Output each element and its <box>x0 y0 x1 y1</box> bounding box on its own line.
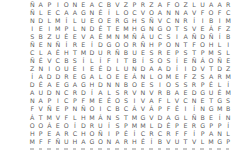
grid-cell-r18c7[interactable]: A <box>79 138 88 146</box>
grid-cell-r14c5[interactable]: P <box>62 106 71 114</box>
grid-cell-r5c18[interactable]: I <box>173 33 182 41</box>
grid-cell-r2c11[interactable]: L <box>113 9 122 17</box>
grid-cell-r11c15[interactable]: S <box>147 81 156 89</box>
grid-cell-r4c21[interactable]: E <box>198 25 207 33</box>
grid-cell-r13c16[interactable]: F <box>156 98 165 106</box>
grid-cell-r2c19[interactable]: A <box>181 9 190 17</box>
grid-cell-r15c23[interactable]: Í <box>215 114 224 122</box>
grid-cell-r16c1[interactable]: O <box>28 122 37 130</box>
grid-cell-r2c16[interactable]: A <box>156 9 165 17</box>
grid-cell-r3c5[interactable]: Í <box>62 17 71 25</box>
grid-cell-r7c9[interactable]: U <box>96 49 105 57</box>
grid-cell-r7c6[interactable]: T <box>71 49 80 57</box>
grid-cell-r13c17[interactable]: L <box>164 98 173 106</box>
grid-cell-r8c5[interactable]: B <box>62 57 71 65</box>
grid-cell-r3c1[interactable]: N <box>28 17 37 25</box>
grid-cell-r17c15[interactable]: R <box>147 130 156 138</box>
grid-cell-r11c11[interactable]: N <box>113 81 122 89</box>
grid-cell-r18c4[interactable]: Ñ <box>54 138 63 146</box>
grid-cell-r11c4[interactable]: E <box>54 81 63 89</box>
grid-cell-r11c1[interactable]: D <box>28 81 37 89</box>
grid-cell-r5c7[interactable]: V <box>79 33 88 41</box>
grid-cell-r14c22[interactable]: G <box>207 106 216 114</box>
grid-cell-r11c24[interactable]: Í <box>224 81 233 89</box>
grid-cell-r15c2[interactable]: T <box>37 114 46 122</box>
grid-cell-r13c23[interactable]: G <box>215 98 224 106</box>
grid-cell-r4c18[interactable]: T <box>173 25 182 33</box>
grid-cell-r9c9[interactable]: É <box>96 65 105 73</box>
grid-cell-r7c2[interactable]: L <box>37 49 46 57</box>
grid-cell-r10c5[interactable]: R <box>62 73 71 81</box>
grid-cell-r15c9[interactable]: Á <box>96 114 105 122</box>
grid-cell-r7c15[interactable]: S <box>147 49 156 57</box>
grid-cell-r11c5[interactable]: G <box>62 81 71 89</box>
grid-cell-r2c4[interactable]: C <box>54 9 63 17</box>
grid-cell-r8c7[interactable]: Í <box>79 57 88 65</box>
grid-cell-r1c9[interactable]: C <box>96 1 105 9</box>
grid-cell-r3c20[interactable]: Í <box>190 17 199 25</box>
grid-cell-r9c11[interactable]: L <box>113 65 122 73</box>
grid-cell-r2c22[interactable]: O <box>207 9 216 17</box>
grid-cell-r11c12[interactable]: B <box>122 81 131 89</box>
grid-cell-r17c10[interactable]: I <box>105 130 114 138</box>
grid-cell-r10c15[interactable]: L <box>147 73 156 81</box>
grid-cell-r14c8[interactable]: O <box>88 106 97 114</box>
grid-cell-r18c22[interactable]: M <box>207 138 216 146</box>
grid-cell-r4c17[interactable]: O <box>164 25 173 33</box>
grid-cell-r11c6[interactable]: A <box>71 81 80 89</box>
grid-cell-r13c2[interactable]: A <box>37 98 46 106</box>
grid-cell-r3c16[interactable]: V <box>156 17 165 25</box>
grid-cell-r15c21[interactable]: B <box>198 114 207 122</box>
grid-cell-r9c1[interactable]: Z <box>28 65 37 73</box>
grid-cell-r13c18[interactable]: V <box>173 98 182 106</box>
grid-cell-r11c3[interactable]: A <box>45 81 54 89</box>
grid-cell-r11c9[interactable]: D <box>96 81 105 89</box>
grid-cell-r14c18[interactable]: É <box>173 106 182 114</box>
grid-cell-r7c19[interactable]: S <box>181 49 190 57</box>
grid-cell-r7c18[interactable]: P <box>173 49 182 57</box>
grid-cell-r16c19[interactable]: E <box>181 122 190 130</box>
grid-cell-r8c21[interactable]: Á <box>198 57 207 65</box>
grid-cell-r10c17[interactable]: M <box>164 73 173 81</box>
grid-cell-r11c18[interactable]: S <box>173 81 182 89</box>
grid-cell-r16c23[interactable]: P <box>215 122 224 130</box>
grid-cell-r14c2[interactable]: V <box>37 106 46 114</box>
grid-cell-r13c13[interactable]: I <box>130 98 139 106</box>
grid-cell-r9c5[interactable]: U <box>62 65 71 73</box>
grid-cell-r8c12[interactable]: T <box>122 57 131 65</box>
grid-cell-r14c1[interactable]: F <box>28 106 37 114</box>
grid-cell-r17c23[interactable]: N <box>215 130 224 138</box>
grid-cell-r17c4[interactable]: A <box>54 130 63 138</box>
grid-cell-r10c14[interactable]: N <box>139 73 148 81</box>
grid-cell-r6c18[interactable]: N <box>173 41 182 49</box>
grid-cell-r3c11[interactable]: R <box>113 17 122 25</box>
grid-cell-r12c4[interactable]: N <box>54 90 63 98</box>
grid-cell-r17c7[interactable]: H <box>79 130 88 138</box>
grid-cell-r9c3[interactable]: I <box>45 65 54 73</box>
grid-cell-r8c17[interactable]: S <box>164 57 173 65</box>
grid-cell-r11c22[interactable]: É <box>207 81 216 89</box>
grid-cell-r10c9[interactable]: L <box>96 73 105 81</box>
grid-cell-r11c14[interactable]: E <box>139 81 148 89</box>
grid-cell-r13c24[interactable]: S <box>224 98 233 106</box>
grid-cell-r14c6[interactable]: N <box>71 106 80 114</box>
grid-cell-r11c17[interactable]: O <box>164 81 173 89</box>
grid-cell-r10c22[interactable]: A <box>207 73 216 81</box>
grid-cell-r4c2[interactable]: E <box>37 25 46 33</box>
grid-cell-r4c19[interactable]: S <box>181 25 190 33</box>
grid-cell-r17c18[interactable]: F <box>173 130 182 138</box>
grid-cell-r17c8[interactable]: O <box>88 130 97 138</box>
grid-cell-r4c4[interactable]: M <box>54 25 63 33</box>
grid-cell-r13c6[interactable]: P <box>71 98 80 106</box>
grid-cell-r6c23[interactable]: L <box>215 41 224 49</box>
grid-cell-r3c7[interactable]: U <box>79 17 88 25</box>
grid-cell-r17c22[interactable]: A <box>207 130 216 138</box>
grid-cell-r18c5[interactable]: U <box>62 138 71 146</box>
grid-cell-r13c8[interactable]: M <box>88 98 97 106</box>
grid-cell-r4c16[interactable]: G <box>156 25 165 33</box>
grid-cell-r3c13[interactable]: H <box>130 17 139 25</box>
grid-cell-r6c15[interactable]: H <box>147 41 156 49</box>
grid-cell-r4c15[interactable]: N <box>147 25 156 33</box>
grid-cell-r12c16[interactable]: R <box>156 90 165 98</box>
grid-cell-r3c17[interactable]: C <box>164 17 173 25</box>
grid-cell-r6c3[interactable]: N <box>45 41 54 49</box>
grid-cell-r17c21[interactable]: P <box>198 130 207 138</box>
grid-cell-r18c2[interactable]: F <box>37 138 46 146</box>
grid-cell-r6c8[interactable]: Í <box>88 41 97 49</box>
grid-cell-r8c10[interactable]: F <box>105 57 114 65</box>
grid-cell-r3c3[interactable]: L <box>45 17 54 25</box>
grid-cell-r14c15[interactable]: Á <box>147 106 156 114</box>
grid-cell-r12c13[interactable]: V <box>130 90 139 98</box>
grid-cell-r9c17[interactable]: D <box>164 65 173 73</box>
grid-cell-r9c8[interactable]: E <box>88 65 97 73</box>
grid-cell-r9c15[interactable]: A <box>147 65 156 73</box>
grid-cell-r10c21[interactable]: S <box>198 73 207 81</box>
grid-cell-r16c4[interactable]: E <box>54 122 63 130</box>
grid-cell-r3c19[interactable]: R <box>181 17 190 25</box>
grid-cell-r18c10[interactable]: N <box>105 138 114 146</box>
grid-cell-r10c4[interactable]: D <box>54 73 63 81</box>
grid-cell-r10c16[interactable]: O <box>156 73 165 81</box>
grid-cell-r2c3[interactable]: E <box>45 9 54 17</box>
grid-cell-r11c2[interactable]: É <box>37 81 46 89</box>
grid-cell-r1c10[interactable]: B <box>105 1 114 9</box>
grid-cell-r4c9[interactable]: É <box>96 25 105 33</box>
grid-cell-r18c18[interactable]: U <box>173 138 182 146</box>
grid-cell-r8c2[interactable]: É <box>37 57 46 65</box>
grid-cell-r11c19[interactable]: S <box>181 81 190 89</box>
grid-cell-r1c2[interactable]: A <box>37 1 46 9</box>
grid-cell-r12c12[interactable]: R <box>122 90 131 98</box>
grid-cell-r1c17[interactable]: F <box>164 1 173 9</box>
grid-cell-r5c2[interactable]: B <box>37 33 46 41</box>
grid-cell-r2c9[interactable]: É <box>96 9 105 17</box>
grid-cell-r7c16[interactable]: R <box>156 49 165 57</box>
grid-cell-r1c18[interactable]: O <box>173 1 182 9</box>
grid-cell-r11c13[interactable]: O <box>130 81 139 89</box>
grid-cell-r14c21[interactable]: N <box>198 106 207 114</box>
grid-cell-r15c18[interactable]: G <box>173 114 182 122</box>
grid-cell-r9c21[interactable]: V <box>198 65 207 73</box>
grid-cell-r6c1[interactable]: Ñ <box>28 41 37 49</box>
grid-cell-r15c17[interactable]: A <box>164 114 173 122</box>
grid-cell-r15c8[interactable]: M <box>88 114 97 122</box>
grid-cell-r9c14[interactable]: D <box>139 65 148 73</box>
grid-cell-r14c17[interactable]: F <box>164 106 173 114</box>
grid-cell-r12c1[interactable]: A <box>28 90 37 98</box>
grid-cell-r4c1[interactable]: I <box>28 25 37 33</box>
grid-cell-r5c24[interactable]: B <box>224 33 233 41</box>
grid-cell-r9c12[interactable]: U <box>122 65 131 73</box>
grid-cell-r18c3[interactable]: F <box>45 138 54 146</box>
grid-cell-r7c12[interactable]: B <box>122 49 131 57</box>
grid-cell-r5c1[interactable]: S <box>28 33 37 41</box>
grid-cell-r8c13[interactable]: B <box>130 57 139 65</box>
grid-cell-r12c22[interactable]: U <box>207 90 216 98</box>
grid-cell-r12c23[interactable]: É <box>215 90 224 98</box>
grid-cell-r2c7[interactable]: G <box>79 9 88 17</box>
grid-cell-r18c20[interactable]: V <box>190 138 199 146</box>
grid-cell-r13c19[interactable]: C <box>181 98 190 106</box>
grid-cell-r5c3[interactable]: Z <box>45 33 54 41</box>
grid-cell-r9c24[interactable]: Z <box>224 65 233 73</box>
grid-cell-r13c14[interactable]: V <box>139 98 148 106</box>
grid-cell-r16c24[interactable]: Í <box>224 122 233 130</box>
grid-cell-r13c3[interactable]: P <box>45 98 54 106</box>
grid-cell-r17c12[interactable]: É <box>122 130 131 138</box>
grid-cell-r1c23[interactable]: A <box>215 1 224 9</box>
grid-cell-r6c11[interactable]: O <box>113 41 122 49</box>
grid-cell-r16c16[interactable]: D <box>156 122 165 130</box>
grid-cell-r10c10[interactable]: O <box>105 73 114 81</box>
grid-cell-r15c10[interactable]: N <box>105 114 114 122</box>
grid-cell-r12c15[interactable]: V <box>147 90 156 98</box>
grid-cell-r14c12[interactable]: C <box>122 106 131 114</box>
grid-cell-r16c11[interactable]: S <box>113 122 122 130</box>
grid-cell-r11c8[interactable]: H <box>88 81 97 89</box>
grid-cell-r1c21[interactable]: U <box>198 1 207 9</box>
grid-cell-r6c12[interactable]: O <box>122 41 131 49</box>
grid-cell-r3c8[interactable]: E <box>88 17 97 25</box>
grid-cell-r12c6[interactable]: R <box>71 90 80 98</box>
grid-cell-r10c24[interactable]: M <box>224 73 233 81</box>
grid-cell-r2c15[interactable]: O <box>147 9 156 17</box>
grid-cell-r15c14[interactable]: G <box>139 114 148 122</box>
grid-cell-r17c13[interactable]: Í <box>130 130 139 138</box>
grid-cell-r5c19[interactable]: A <box>181 33 190 41</box>
grid-cell-r8c19[interactable]: E <box>181 57 190 65</box>
grid-cell-r11c21[interactable]: P <box>198 81 207 89</box>
grid-cell-r8c20[interactable]: Ñ <box>190 57 199 65</box>
grid-cell-r12c21[interactable]: G <box>198 90 207 98</box>
grid-cell-r3c18[interactable]: N <box>173 17 182 25</box>
grid-cell-r2c2[interactable]: L <box>37 9 46 17</box>
grid-cell-r16c5[interactable]: O <box>62 122 71 130</box>
grid-cell-r18c17[interactable]: V <box>164 138 173 146</box>
grid-cell-r17c14[interactable]: C <box>139 130 148 138</box>
grid-cell-r10c6[interactable]: E <box>71 73 80 81</box>
grid-cell-r18c1[interactable]: M <box>28 138 37 146</box>
grid-cell-r5c14[interactable]: Á <box>139 33 148 41</box>
grid-cell-r2c17[interactable]: N <box>164 9 173 17</box>
grid-cell-r13c15[interactable]: A <box>147 98 156 106</box>
grid-cell-r13c1[interactable]: N <box>28 98 37 106</box>
grid-cell-r6c24[interactable]: I <box>224 41 233 49</box>
grid-cell-r5c21[interactable]: D <box>198 33 207 41</box>
grid-cell-r8c1[interactable]: Ñ <box>28 57 37 65</box>
grid-cell-r7c23[interactable]: S <box>215 49 224 57</box>
grid-cell-r17c9[interactable]: Ñ <box>96 130 105 138</box>
grid-cell-r13c10[interactable]: É <box>105 98 114 106</box>
grid-cell-r7c22[interactable]: M <box>207 49 216 57</box>
grid-cell-r1c16[interactable]: A <box>156 1 165 9</box>
grid-cell-r8c6[interactable]: S <box>71 57 80 65</box>
grid-cell-r4c20[interactable]: V <box>190 25 199 33</box>
grid-cell-r12c7[interactable]: D <box>79 90 88 98</box>
grid-cell-r9c13[interactable]: N <box>130 65 139 73</box>
grid-cell-r4c11[interactable]: E <box>113 25 122 33</box>
grid-cell-r7c21[interactable]: P <box>198 49 207 57</box>
grid-cell-r18c24[interactable]: P <box>224 138 233 146</box>
grid-cell-r16c3[interactable]: Á <box>45 122 54 130</box>
grid-cell-r12c17[interactable]: B <box>164 90 173 98</box>
grid-cell-r6c5[interactable]: Í <box>62 41 71 49</box>
grid-cell-r10c1[interactable]: Í <box>28 73 37 81</box>
grid-cell-r3c4[interactable]: M <box>54 17 63 25</box>
grid-cell-r15c24[interactable]: N <box>224 114 233 122</box>
grid-cell-r13c7[interactable]: F <box>79 98 88 106</box>
grid-cell-r15c7[interactable]: H <box>79 114 88 122</box>
grid-cell-r12c11[interactable]: S <box>113 90 122 98</box>
grid-cell-r4c5[interactable]: P <box>62 25 71 33</box>
grid-cell-r17c24[interactable]: L <box>224 130 233 138</box>
grid-cell-r4c12[interactable]: M <box>122 25 131 33</box>
grid-cell-r15c3[interactable]: M <box>45 114 54 122</box>
grid-cell-r8c23[interactable]: Ñ <box>215 57 224 65</box>
grid-cell-r17c16[interactable]: C <box>156 130 165 138</box>
grid-cell-r3c9[interactable]: O <box>96 17 105 25</box>
grid-cell-r7c7[interactable]: M <box>79 49 88 57</box>
grid-cell-r10c20[interactable]: Z <box>190 73 199 81</box>
grid-cell-r6c2[interactable]: E <box>37 41 46 49</box>
grid-cell-r4c3[interactable]: I <box>45 25 54 33</box>
grid-cell-r14c4[interactable]: E <box>54 106 63 114</box>
grid-cell-r12c10[interactable]: L <box>105 90 114 98</box>
grid-cell-r17c11[interactable]: P <box>113 130 122 138</box>
grid-cell-r14c13[interactable]: Á <box>130 106 139 114</box>
grid-cell-r14c10[interactable]: C <box>105 106 114 114</box>
grid-cell-r14c23[interactable]: M <box>215 106 224 114</box>
grid-cell-r6c7[interactable]: E <box>79 41 88 49</box>
grid-cell-r16c10[interactable]: Í <box>105 122 114 130</box>
grid-cell-r5c8[interactable]: A <box>88 33 97 41</box>
grid-cell-r6c22[interactable]: H <box>207 41 216 49</box>
grid-cell-r9c20[interactable]: D <box>190 65 199 73</box>
grid-cell-r7c20[interactable]: T <box>190 49 199 57</box>
grid-cell-r12c18[interactable]: A <box>173 90 182 98</box>
grid-cell-r5c20[interactable]: Ñ <box>190 33 199 41</box>
grid-cell-r18c13[interactable]: H <box>130 138 139 146</box>
grid-cell-r8c15[interactable]: S <box>147 57 156 65</box>
grid-cell-r15c11[interactable]: S <box>113 114 122 122</box>
grid-cell-r5c11[interactable]: N <box>113 33 122 41</box>
grid-cell-r7c13[interactable]: U <box>130 49 139 57</box>
grid-cell-r5c13[interactable]: Ñ <box>130 33 139 41</box>
grid-cell-r3c14[interactable]: S <box>139 17 148 25</box>
grid-cell-r8c18[interactable]: Í <box>173 57 182 65</box>
grid-cell-r8c22[interactable]: O <box>207 57 216 65</box>
grid-cell-r1c15[interactable]: Z <box>147 1 156 9</box>
grid-cell-r14c11[interactable]: B <box>113 106 122 114</box>
grid-cell-r16c9[interactable]: U <box>96 122 105 130</box>
grid-cell-r1c13[interactable]: P <box>130 1 139 9</box>
grid-cell-r12c8[interactable]: Í <box>88 90 97 98</box>
grid-cell-r7c8[interactable]: D <box>88 49 97 57</box>
grid-cell-r9c6[interactable]: E <box>71 65 80 73</box>
grid-cell-r9c19[interactable]: I <box>181 65 190 73</box>
grid-cell-r15c20[interactable]: Ñ <box>190 114 199 122</box>
grid-cell-r6c10[interactable]: G <box>105 41 114 49</box>
grid-cell-r10c8[interactable]: A <box>88 73 97 81</box>
grid-cell-r14c16[interactable]: P <box>156 106 165 114</box>
grid-cell-r8c24[interactable]: E <box>224 57 233 65</box>
grid-cell-r10c19[interactable]: F <box>181 73 190 81</box>
grid-cell-r13c5[interactable]: C <box>62 98 71 106</box>
grid-cell-r3c10[interactable]: E <box>105 17 114 25</box>
grid-cell-r2c21[interactable]: F <box>198 9 207 17</box>
grid-cell-r5c10[interactable]: M <box>105 33 114 41</box>
grid-cell-r15c16[interactable]: D <box>156 114 165 122</box>
grid-cell-r18c11[interactable]: A <box>113 138 122 146</box>
grid-cell-r3c6[interactable]: L <box>71 17 80 25</box>
grid-cell-r5c17[interactable]: S <box>164 33 173 41</box>
grid-cell-r15c15[interactable]: V <box>147 114 156 122</box>
grid-cell-r7c5[interactable]: H <box>62 49 71 57</box>
grid-cell-r14c24[interactable]: B <box>224 106 233 114</box>
grid-cell-r7c10[interactable]: R <box>105 49 114 57</box>
grid-cell-r3c2[interactable]: D <box>37 17 46 25</box>
grid-cell-r3c22[interactable]: B <box>207 17 216 25</box>
grid-cell-r7c4[interactable]: É <box>54 49 63 57</box>
grid-cell-r12c20[interactable]: D <box>190 90 199 98</box>
grid-cell-r17c6[interactable]: C <box>71 130 80 138</box>
grid-cell-r7c17[interactable]: E <box>164 49 173 57</box>
grid-cell-r1c11[interactable]: V <box>113 1 122 9</box>
grid-cell-r4c22[interactable]: Á <box>207 25 216 33</box>
grid-cell-r13c20[interactable]: N <box>190 98 199 106</box>
grid-cell-r9c16[interactable]: A <box>156 65 165 73</box>
grid-cell-r1c1[interactable]: Ñ <box>28 1 37 9</box>
grid-cell-r6c20[interactable]: F <box>190 41 199 49</box>
grid-cell-r1c8[interactable]: A <box>88 1 97 9</box>
grid-cell-r18c23[interactable]: G <box>215 138 224 146</box>
grid-cell-r2c14[interactable]: V <box>139 9 148 17</box>
grid-cell-r9c23[interactable]: D <box>215 65 224 73</box>
grid-cell-r5c4[interactable]: U <box>54 33 63 41</box>
grid-cell-r14c7[interactable]: Ñ <box>79 106 88 114</box>
grid-cell-r10c11[interactable]: E <box>113 73 122 81</box>
grid-cell-r1c5[interactable]: O <box>62 1 71 9</box>
grid-cell-r14c9[interactable]: I <box>96 106 105 114</box>
grid-cell-r9c4[interactable]: O <box>54 65 63 73</box>
grid-cell-r17c5[interactable]: R <box>62 130 71 138</box>
grid-cell-r1c7[interactable]: E <box>79 1 88 9</box>
